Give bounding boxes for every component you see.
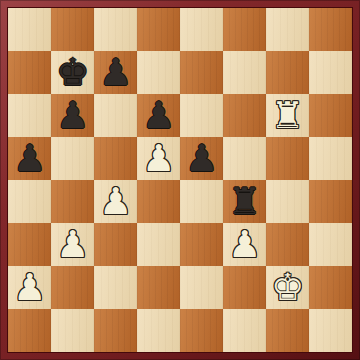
square-a6[interactable] (8, 94, 51, 137)
square-a8[interactable] (8, 8, 51, 51)
square-b7[interactable]: ♚ (51, 51, 94, 94)
square-h3[interactable] (309, 223, 352, 266)
square-d1[interactable] (137, 309, 180, 352)
black-pawn[interactable]: ♟ (13, 137, 46, 180)
square-a5[interactable]: ♟ (8, 137, 51, 180)
square-e3[interactable] (180, 223, 223, 266)
square-c2[interactable] (94, 266, 137, 309)
square-h8[interactable] (309, 8, 352, 51)
square-a4[interactable] (8, 180, 51, 223)
white-pawn[interactable]: ♟ (142, 137, 175, 180)
square-a3[interactable] (8, 223, 51, 266)
black-king[interactable]: ♚ (56, 51, 89, 94)
square-a7[interactable] (8, 51, 51, 94)
square-g3[interactable] (266, 223, 309, 266)
black-pawn[interactable]: ♟ (185, 137, 218, 180)
square-g8[interactable] (266, 8, 309, 51)
white-pawn[interactable]: ♟ (99, 180, 132, 223)
square-c5[interactable] (94, 137, 137, 180)
square-f7[interactable] (223, 51, 266, 94)
square-d3[interactable] (137, 223, 180, 266)
square-e8[interactable] (180, 8, 223, 51)
white-pawn[interactable]: ♟ (56, 223, 89, 266)
square-f2[interactable] (223, 266, 266, 309)
square-f4[interactable]: ♜ (223, 180, 266, 223)
black-pawn[interactable]: ♟ (56, 94, 89, 137)
square-b4[interactable] (51, 180, 94, 223)
square-e2[interactable] (180, 266, 223, 309)
square-h4[interactable] (309, 180, 352, 223)
square-f5[interactable] (223, 137, 266, 180)
square-e7[interactable] (180, 51, 223, 94)
square-c3[interactable] (94, 223, 137, 266)
square-h7[interactable] (309, 51, 352, 94)
white-pawn[interactable]: ♟ (228, 223, 261, 266)
chess-board: ♚♟♟♟♜♟♟♟♟♜♟♟♟♚ (8, 8, 352, 352)
square-f8[interactable] (223, 8, 266, 51)
square-h2[interactable] (309, 266, 352, 309)
square-c6[interactable] (94, 94, 137, 137)
square-d2[interactable] (137, 266, 180, 309)
white-king[interactable]: ♚ (271, 266, 304, 309)
black-pawn[interactable]: ♟ (142, 94, 175, 137)
square-g2[interactable]: ♚ (266, 266, 309, 309)
square-e6[interactable] (180, 94, 223, 137)
square-d7[interactable] (137, 51, 180, 94)
square-b6[interactable]: ♟ (51, 94, 94, 137)
square-d5[interactable]: ♟ (137, 137, 180, 180)
square-h5[interactable] (309, 137, 352, 180)
square-b1[interactable] (51, 309, 94, 352)
black-rook[interactable]: ♜ (228, 180, 261, 223)
square-f1[interactable] (223, 309, 266, 352)
square-b5[interactable] (51, 137, 94, 180)
square-a1[interactable] (8, 309, 51, 352)
square-d8[interactable] (137, 8, 180, 51)
white-pawn[interactable]: ♟ (13, 266, 46, 309)
square-g7[interactable] (266, 51, 309, 94)
square-e5[interactable]: ♟ (180, 137, 223, 180)
square-c7[interactable]: ♟ (94, 51, 137, 94)
square-f6[interactable] (223, 94, 266, 137)
square-c1[interactable] (94, 309, 137, 352)
square-g5[interactable] (266, 137, 309, 180)
square-c4[interactable]: ♟ (94, 180, 137, 223)
square-c8[interactable] (94, 8, 137, 51)
square-e1[interactable] (180, 309, 223, 352)
square-g1[interactable] (266, 309, 309, 352)
white-rook[interactable]: ♜ (271, 94, 304, 137)
black-pawn[interactable]: ♟ (99, 51, 132, 94)
square-g6[interactable]: ♜ (266, 94, 309, 137)
square-b2[interactable] (51, 266, 94, 309)
square-d4[interactable] (137, 180, 180, 223)
square-b8[interactable] (51, 8, 94, 51)
square-b3[interactable]: ♟ (51, 223, 94, 266)
square-f3[interactable]: ♟ (223, 223, 266, 266)
square-h1[interactable] (309, 309, 352, 352)
chess-board-frame: ♚♟♟♟♜♟♟♟♟♜♟♟♟♚ (0, 0, 360, 360)
square-e4[interactable] (180, 180, 223, 223)
square-a2[interactable]: ♟ (8, 266, 51, 309)
square-g4[interactable] (266, 180, 309, 223)
square-h6[interactable] (309, 94, 352, 137)
square-d6[interactable]: ♟ (137, 94, 180, 137)
